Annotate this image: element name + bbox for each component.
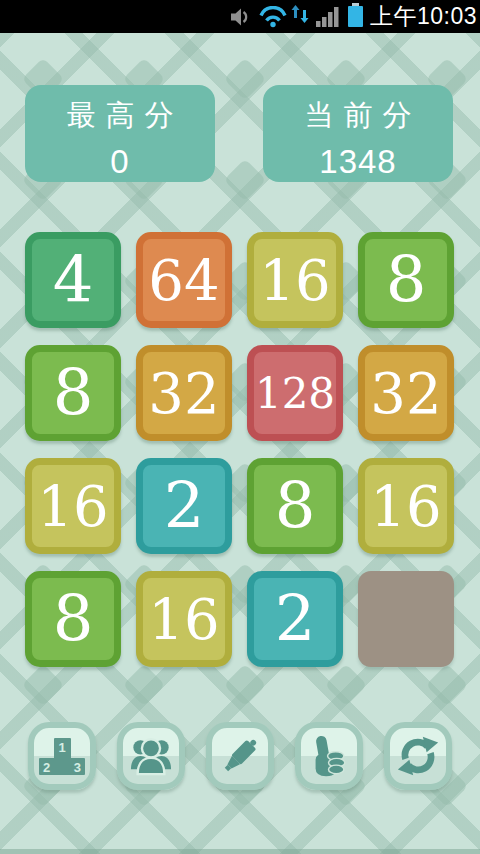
edit-button[interactable] [206,722,274,790]
tile-32-r1c3: 32 [358,345,454,441]
leaderboard-button[interactable]: 1 2 3 [28,722,96,790]
toolbar: 1 2 3 [28,722,452,790]
podium-icon: 1 2 3 [39,738,85,775]
people-icon [128,735,174,777]
tile-16-r2c3: 16 [358,458,454,554]
tile-64-r0c1: 64 [136,232,232,328]
tile-8-r2c2: 8 [247,458,343,554]
board[interactable]: 464168832128321628168162 [25,232,454,667]
signal-icon [316,6,340,27]
pattern-diamond [123,664,165,706]
tile-32-r1c1: 32 [136,345,232,441]
podium-first-place: 1 [54,738,71,775]
volume-icon [229,6,251,28]
empty-cell-r3c3 [358,571,454,667]
tile-4-r0c0: 4 [25,232,121,328]
pattern-diamond [22,664,64,706]
network-arrows-icon [291,4,309,24]
tile-2-r3c2: 2 [247,571,343,667]
pen-icon [217,733,263,779]
refresh-icon [395,733,441,779]
restart-button[interactable] [384,722,452,790]
tile-16-r3c1: 16 [136,571,232,667]
tile-128-r1c2: 128 [247,345,343,441]
best-score-box: 最高分 0 [25,85,215,182]
current-score-box: 当前分 1348 [263,85,453,182]
pattern-diamond [224,58,266,100]
tile-2-r2c1: 2 [136,458,232,554]
best-score-value: 0 [25,143,215,181]
pattern-diamond [224,159,266,201]
tile-8-r0c3: 8 [358,232,454,328]
thumbs-up-icon [306,733,352,779]
best-score-label: 最高分 [25,96,215,136]
tile-8-r1c0: 8 [25,345,121,441]
wifi-icon [258,6,288,28]
bottom-edge [0,849,480,854]
pattern-diamond [426,664,468,706]
battery-icon [348,6,363,27]
pattern-diamond [325,664,367,706]
like-button[interactable] [295,722,363,790]
pattern-diamond [224,664,266,706]
tile-16-r2c0: 16 [25,458,121,554]
tile-8-r3c0: 8 [25,571,121,667]
current-score-value: 1348 [263,143,453,181]
screen: 上午10:03 最高分 0 当前分 1348 46416883212832162… [0,0,480,854]
current-score-label: 当前分 [263,96,453,136]
status-bar: 上午10:03 [0,0,480,33]
tile-16-r0c2: 16 [247,232,343,328]
friends-button[interactable] [117,722,185,790]
status-clock: 上午10:03 [370,1,477,32]
